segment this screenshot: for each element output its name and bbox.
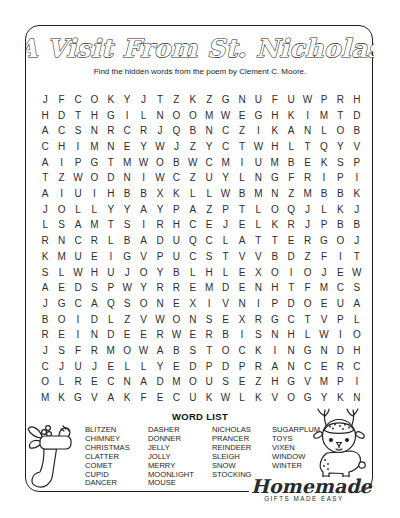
grid-cell-r15c14[interactable]: R: [250, 312, 266, 328]
grid-cell-r3c6[interactable]: C: [119, 123, 135, 139]
grid-cell-r8c9[interactable]: P: [168, 202, 184, 218]
grid-cell-r5c15[interactable]: M: [267, 155, 283, 171]
grid-cell-r16c3[interactable]: I: [70, 327, 86, 343]
grid-cell-r19c7[interactable]: A: [135, 375, 151, 391]
grid-cell-r13c17[interactable]: F: [299, 280, 315, 296]
grid-cell-r5c14[interactable]: U: [250, 155, 266, 171]
grid-cell-r4c14[interactable]: W: [250, 139, 266, 155]
grid-cell-r13c11[interactable]: M: [201, 280, 217, 296]
grid-cell-r6c19[interactable]: P: [332, 170, 348, 186]
grid-cell-r18c4[interactable]: J: [86, 359, 102, 375]
grid-cell-r12c2[interactable]: L: [53, 265, 69, 281]
grid-cell-r1c4[interactable]: O: [86, 92, 102, 108]
grid-cell-r20c18[interactable]: Y: [316, 390, 332, 406]
grid-cell-r4c13[interactable]: T: [234, 139, 250, 155]
grid-cell-r14c7[interactable]: O: [135, 296, 151, 312]
grid-cell-r17c15[interactable]: I: [267, 343, 283, 359]
grid-cell-r8c4[interactable]: L: [86, 202, 102, 218]
grid-cell-r19c6[interactable]: N: [119, 375, 135, 391]
grid-cell-r11c17[interactable]: Z: [299, 249, 315, 265]
grid-cell-r13c6[interactable]: W: [119, 280, 135, 296]
grid-cell-r2c5[interactable]: G: [103, 108, 119, 124]
grid-cell-r10c13[interactable]: A: [234, 233, 250, 249]
grid-cell-r12c10[interactable]: L: [185, 265, 201, 281]
grid-cell-r1c19[interactable]: R: [332, 92, 348, 108]
grid-cell-r5c1[interactable]: A: [37, 155, 53, 171]
grid-cell-r7c6[interactable]: B: [119, 186, 135, 202]
grid-cell-r5c19[interactable]: S: [332, 155, 348, 171]
grid-cell-r2c19[interactable]: T: [332, 108, 348, 124]
grid-cell-r4c7[interactable]: Y: [135, 139, 151, 155]
grid-cell-r6c4[interactable]: O: [86, 170, 102, 186]
grid-cell-r6c14[interactable]: N: [250, 170, 266, 186]
grid-cell-r7c11[interactable]: L: [201, 186, 217, 202]
grid-cell-r13c3[interactable]: D: [70, 280, 86, 296]
grid-cell-r7c13[interactable]: B: [234, 186, 250, 202]
grid-cell-r11c2[interactable]: M: [53, 249, 69, 265]
grid-cell-r9c6[interactable]: S: [119, 218, 135, 234]
grid-cell-r4c3[interactable]: I: [70, 139, 86, 155]
grid-cell-r19c19[interactable]: P: [332, 375, 348, 391]
grid-cell-r10c17[interactable]: R: [299, 233, 315, 249]
grid-cell-r6c10[interactable]: Z: [185, 170, 201, 186]
grid-cell-r20c20[interactable]: N: [349, 390, 365, 406]
grid-cell-r13c8[interactable]: R: [152, 280, 168, 296]
grid-cell-r14c6[interactable]: S: [119, 296, 135, 312]
grid-cell-r13c9[interactable]: R: [168, 280, 184, 296]
grid-cell-r13c4[interactable]: S: [86, 280, 102, 296]
grid-cell-r17c20[interactable]: H: [349, 343, 365, 359]
grid-cell-r5c2[interactable]: I: [53, 155, 69, 171]
grid-cell-r16c11[interactable]: R: [201, 327, 217, 343]
grid-cell-r13c15[interactable]: H: [267, 280, 283, 296]
grid-cell-r13c12[interactable]: D: [217, 280, 233, 296]
grid-cell-r17c1[interactable]: J: [37, 343, 53, 359]
grid-cell-r18c7[interactable]: L: [135, 359, 151, 375]
grid-cell-r1c9[interactable]: Z: [168, 92, 184, 108]
grid-cell-r3c10[interactable]: B: [185, 123, 201, 139]
grid-cell-r7c8[interactable]: X: [152, 186, 168, 202]
grid-cell-r2c10[interactable]: O: [185, 108, 201, 124]
grid-cell-r17c14[interactable]: K: [250, 343, 266, 359]
grid-cell-r18c19[interactable]: R: [332, 359, 348, 375]
grid-cell-r19c1[interactable]: O: [37, 375, 53, 391]
grid-cell-r4c18[interactable]: Q: [316, 139, 332, 155]
grid-cell-r14c5[interactable]: Q: [103, 296, 119, 312]
grid-cell-r10c2[interactable]: N: [53, 233, 69, 249]
grid-cell-r20c11[interactable]: K: [201, 390, 217, 406]
grid-cell-r18c6[interactable]: L: [119, 359, 135, 375]
grid-cell-r5c16[interactable]: B: [283, 155, 299, 171]
grid-cell-r8c15[interactable]: O: [267, 202, 283, 218]
grid-cell-r15c3[interactable]: I: [70, 312, 86, 328]
grid-cell-r4c6[interactable]: E: [119, 139, 135, 155]
grid-cell-r3c11[interactable]: N: [201, 123, 217, 139]
grid-cell-r6c17[interactable]: R: [299, 170, 315, 186]
grid-cell-r18c17[interactable]: C: [299, 359, 315, 375]
grid-cell-r4c8[interactable]: W: [152, 139, 168, 155]
grid-cell-r2c17[interactable]: I: [299, 108, 315, 124]
grid-cell-r10c7[interactable]: A: [135, 233, 151, 249]
grid-cell-r8c11[interactable]: Z: [201, 202, 217, 218]
grid-cell-r3c15[interactable]: K: [267, 123, 283, 139]
grid-cell-r15c12[interactable]: E: [217, 312, 233, 328]
grid-cell-r6c6[interactable]: N: [119, 170, 135, 186]
grid-cell-r12c15[interactable]: O: [267, 265, 283, 281]
grid-cell-r16c18[interactable]: W: [316, 327, 332, 343]
grid-cell-r14c15[interactable]: P: [267, 296, 283, 312]
grid-cell-r14c20[interactable]: A: [349, 296, 365, 312]
grid-cell-r7c10[interactable]: L: [185, 186, 201, 202]
grid-cell-r3c17[interactable]: N: [299, 123, 315, 139]
grid-cell-r8c5[interactable]: Y: [103, 202, 119, 218]
grid-cell-r9c2[interactable]: S: [53, 218, 69, 234]
grid-cell-r14c4[interactable]: A: [86, 296, 102, 312]
grid-cell-r2c13[interactable]: E: [234, 108, 250, 124]
grid-cell-r1c1[interactable]: J: [37, 92, 53, 108]
grid-cell-r14c1[interactable]: J: [37, 296, 53, 312]
grid-cell-r14c19[interactable]: U: [332, 296, 348, 312]
grid-cell-r17c7[interactable]: W: [135, 343, 151, 359]
grid-cell-r12c14[interactable]: X: [250, 265, 266, 281]
grid-cell-r19c15[interactable]: H: [267, 375, 283, 391]
grid-cell-r1c8[interactable]: T: [152, 92, 168, 108]
grid-cell-r14c10[interactable]: X: [185, 296, 201, 312]
grid-cell-r8c19[interactable]: K: [332, 202, 348, 218]
grid-cell-r10c6[interactable]: B: [119, 233, 135, 249]
grid-cell-r12c16[interactable]: I: [283, 265, 299, 281]
grid-cell-r9c9[interactable]: H: [168, 218, 184, 234]
grid-cell-r13c20[interactable]: S: [349, 280, 365, 296]
grid-cell-r4c1[interactable]: C: [37, 139, 53, 155]
grid-cell-r19c11[interactable]: U: [201, 375, 217, 391]
grid-cell-r9c19[interactable]: B: [332, 218, 348, 234]
grid-cell-r12c7[interactable]: O: [135, 265, 151, 281]
grid-cell-r19c4[interactable]: E: [86, 375, 102, 391]
grid-cell-r7c7[interactable]: B: [135, 186, 151, 202]
grid-cell-r17c11[interactable]: T: [201, 343, 217, 359]
grid-cell-r12c17[interactable]: O: [299, 265, 315, 281]
grid-cell-r14c12[interactable]: V: [217, 296, 233, 312]
grid-cell-r10c19[interactable]: O: [332, 233, 348, 249]
grid-cell-r8c17[interactable]: J: [299, 202, 315, 218]
grid-cell-r12c4[interactable]: H: [86, 265, 102, 281]
grid-cell-r6c5[interactable]: D: [103, 170, 119, 186]
grid-cell-r7c14[interactable]: M: [250, 186, 266, 202]
grid-cell-r6c13[interactable]: L: [234, 170, 250, 186]
grid-cell-r8c10[interactable]: A: [185, 202, 201, 218]
grid-cell-r15c8[interactable]: W: [152, 312, 168, 328]
grid-cell-r15c11[interactable]: S: [201, 312, 217, 328]
grid-cell-r6c8[interactable]: W: [152, 170, 168, 186]
grid-cell-r8c16[interactable]: Q: [283, 202, 299, 218]
grid-cell-r20c7[interactable]: F: [135, 390, 151, 406]
grid-cell-r20c12[interactable]: W: [217, 390, 233, 406]
grid-cell-r14c17[interactable]: O: [299, 296, 315, 312]
grid-cell-r12c20[interactable]: W: [349, 265, 365, 281]
grid-cell-r18c8[interactable]: Y: [152, 359, 168, 375]
grid-cell-r20c1[interactable]: M: [37, 390, 53, 406]
grid-cell-r17c3[interactable]: F: [70, 343, 86, 359]
grid-cell-r18c18[interactable]: E: [316, 359, 332, 375]
grid-cell-r2c3[interactable]: T: [70, 108, 86, 124]
grid-cell-r2c8[interactable]: N: [152, 108, 168, 124]
grid-cell-r2c20[interactable]: D: [349, 108, 365, 124]
grid-cell-r10c8[interactable]: D: [152, 233, 168, 249]
grid-cell-r16c20[interactable]: O: [349, 327, 365, 343]
grid-cell-r6c20[interactable]: I: [349, 170, 365, 186]
grid-cell-r10c16[interactable]: E: [283, 233, 299, 249]
grid-cell-r17c12[interactable]: O: [217, 343, 233, 359]
grid-cell-r4c19[interactable]: Y: [332, 139, 348, 155]
grid-cell-r14c14[interactable]: I: [250, 296, 266, 312]
grid-cell-r18c11[interactable]: P: [201, 359, 217, 375]
grid-cell-r3c20[interactable]: B: [349, 123, 365, 139]
grid-cell-r4c17[interactable]: T: [299, 139, 315, 155]
grid-cell-r17c19[interactable]: D: [332, 343, 348, 359]
grid-cell-r11c14[interactable]: V: [250, 249, 266, 265]
grid-cell-r10c14[interactable]: T: [250, 233, 266, 249]
grid-cell-r3c13[interactable]: Z: [234, 123, 250, 139]
grid-cell-r12c11[interactable]: H: [201, 265, 217, 281]
grid-cell-r8c13[interactable]: T: [234, 202, 250, 218]
grid-cell-r9c5[interactable]: T: [103, 218, 119, 234]
grid-cell-r10c3[interactable]: C: [70, 233, 86, 249]
grid-cell-r8c7[interactable]: A: [135, 202, 151, 218]
grid-cell-r1c14[interactable]: U: [250, 92, 266, 108]
grid-cell-r11c9[interactable]: U: [168, 249, 184, 265]
grid-cell-r8c12[interactable]: P: [217, 202, 233, 218]
grid-cell-r1c3[interactable]: C: [70, 92, 86, 108]
grid-cell-r2c9[interactable]: O: [168, 108, 184, 124]
grid-cell-r6c12[interactable]: Y: [217, 170, 233, 186]
grid-cell-r15c18[interactable]: V: [316, 312, 332, 328]
grid-cell-r18c16[interactable]: N: [283, 359, 299, 375]
grid-cell-r2c1[interactable]: H: [37, 108, 53, 124]
grid-cell-r16c10[interactable]: E: [185, 327, 201, 343]
grid-cell-r2c16[interactable]: K: [283, 108, 299, 124]
grid-cell-r4c15[interactable]: H: [267, 139, 283, 155]
grid-cell-r20c14[interactable]: K: [250, 390, 266, 406]
grid-cell-r11c11[interactable]: S: [201, 249, 217, 265]
grid-cell-r7c18[interactable]: B: [316, 186, 332, 202]
grid-cell-r1c13[interactable]: N: [234, 92, 250, 108]
grid-cell-r17c18[interactable]: N: [316, 343, 332, 359]
grid-cell-r15c15[interactable]: G: [267, 312, 283, 328]
grid-cell-r20c13[interactable]: L: [234, 390, 250, 406]
grid-cell-r8c18[interactable]: L: [316, 202, 332, 218]
grid-cell-r20c9[interactable]: C: [168, 390, 184, 406]
grid-cell-r10c5[interactable]: L: [103, 233, 119, 249]
grid-cell-r20c16[interactable]: O: [283, 390, 299, 406]
grid-cell-r2c4[interactable]: H: [86, 108, 102, 124]
grid-cell-r16c4[interactable]: N: [86, 327, 102, 343]
grid-cell-r11c15[interactable]: B: [267, 249, 283, 265]
grid-cell-r5c8[interactable]: O: [152, 155, 168, 171]
grid-cell-r9c4[interactable]: M: [86, 218, 102, 234]
grid-cell-r3c8[interactable]: J: [152, 123, 168, 139]
grid-cell-r6c18[interactable]: I: [316, 170, 332, 186]
grid-cell-r1c15[interactable]: F: [267, 92, 283, 108]
grid-cell-r15c16[interactable]: C: [283, 312, 299, 328]
grid-cell-r14c18[interactable]: E: [316, 296, 332, 312]
grid-cell-r18c12[interactable]: D: [217, 359, 233, 375]
grid-cell-r15c19[interactable]: P: [332, 312, 348, 328]
grid-cell-r2c12[interactable]: W: [217, 108, 233, 124]
grid-cell-r13c1[interactable]: A: [37, 280, 53, 296]
grid-cell-r3c1[interactable]: A: [37, 123, 53, 139]
grid-cell-r16c16[interactable]: H: [283, 327, 299, 343]
grid-cell-r16c8[interactable]: R: [152, 327, 168, 343]
grid-cell-r20c10[interactable]: U: [185, 390, 201, 406]
grid-cell-r8c6[interactable]: Y: [119, 202, 135, 218]
grid-cell-r11c19[interactable]: I: [332, 249, 348, 265]
grid-cell-r7c3[interactable]: U: [70, 186, 86, 202]
grid-cell-r12c6[interactable]: J: [119, 265, 135, 281]
grid-cell-r13c2[interactable]: E: [53, 280, 69, 296]
grid-cell-r17c9[interactable]: B: [168, 343, 184, 359]
grid-cell-r3c16[interactable]: A: [283, 123, 299, 139]
grid-cell-r15c1[interactable]: B: [37, 312, 53, 328]
grid-cell-r10c12[interactable]: L: [217, 233, 233, 249]
grid-cell-r2c7[interactable]: L: [135, 108, 151, 124]
grid-cell-r9c18[interactable]: P: [316, 218, 332, 234]
grid-cell-r3c4[interactable]: N: [86, 123, 102, 139]
grid-cell-r5c20[interactable]: P: [349, 155, 365, 171]
grid-cell-r6c11[interactable]: U: [201, 170, 217, 186]
grid-cell-r20c15[interactable]: V: [267, 390, 283, 406]
grid-cell-r16c9[interactable]: W: [168, 327, 184, 343]
grid-cell-r1c6[interactable]: Y: [119, 92, 135, 108]
grid-cell-r11c6[interactable]: G: [119, 249, 135, 265]
grid-cell-r7c17[interactable]: M: [299, 186, 315, 202]
grid-cell-r15c6[interactable]: Z: [119, 312, 135, 328]
grid-cell-r12c19[interactable]: E: [332, 265, 348, 281]
grid-cell-r6c16[interactable]: F: [283, 170, 299, 186]
grid-cell-r9c15[interactable]: K: [267, 218, 283, 234]
grid-cell-r8c2[interactable]: O: [53, 202, 69, 218]
grid-cell-r20c19[interactable]: K: [332, 390, 348, 406]
grid-cell-r10c11[interactable]: C: [201, 233, 217, 249]
grid-cell-r1c2[interactable]: F: [53, 92, 69, 108]
grid-cell-r11c10[interactable]: C: [185, 249, 201, 265]
grid-cell-r12c5[interactable]: U: [103, 265, 119, 281]
grid-cell-r15c5[interactable]: L: [103, 312, 119, 328]
grid-cell-r1c17[interactable]: W: [299, 92, 315, 108]
grid-cell-r9c12[interactable]: J: [217, 218, 233, 234]
grid-cell-r13c13[interactable]: E: [234, 280, 250, 296]
grid-cell-r4c12[interactable]: C: [217, 139, 233, 155]
grid-cell-r5c9[interactable]: B: [168, 155, 184, 171]
grid-cell-r10c9[interactable]: U: [168, 233, 184, 249]
grid-cell-r7c9[interactable]: K: [168, 186, 184, 202]
grid-cell-r15c2[interactable]: O: [53, 312, 69, 328]
grid-cell-r13c16[interactable]: T: [283, 280, 299, 296]
grid-cell-r18c14[interactable]: R: [250, 359, 266, 375]
grid-cell-r9c13[interactable]: E: [234, 218, 250, 234]
grid-cell-r16c1[interactable]: R: [37, 327, 53, 343]
grid-cell-r19c17[interactable]: V: [299, 375, 315, 391]
grid-cell-r6c1[interactable]: T: [37, 170, 53, 186]
grid-cell-r18c2[interactable]: J: [53, 359, 69, 375]
grid-cell-r11c20[interactable]: T: [349, 249, 365, 265]
grid-cell-r7c1[interactable]: A: [37, 186, 53, 202]
grid-cell-r19c16[interactable]: G: [283, 375, 299, 391]
grid-cell-r18c20[interactable]: C: [349, 359, 365, 375]
grid-cell-r8c20[interactable]: J: [349, 202, 365, 218]
grid-cell-r19c8[interactable]: D: [152, 375, 168, 391]
grid-cell-r5c13[interactable]: I: [234, 155, 250, 171]
grid-cell-r5c17[interactable]: E: [299, 155, 315, 171]
grid-cell-r16c7[interactable]: E: [135, 327, 151, 343]
grid-cell-r18c13[interactable]: P: [234, 359, 250, 375]
grid-cell-r1c5[interactable]: K: [103, 92, 119, 108]
grid-cell-r4c16[interactable]: L: [283, 139, 299, 155]
grid-cell-r16c12[interactable]: B: [217, 327, 233, 343]
grid-cell-r7c16[interactable]: Z: [283, 186, 299, 202]
grid-cell-r16c13[interactable]: I: [234, 327, 250, 343]
grid-cell-r8c3[interactable]: L: [70, 202, 86, 218]
grid-cell-r1c20[interactable]: H: [349, 92, 365, 108]
grid-cell-r18c9[interactable]: E: [168, 359, 184, 375]
grid-cell-r17c16[interactable]: N: [283, 343, 299, 359]
grid-cell-r1c11[interactable]: Z: [201, 92, 217, 108]
grid-cell-r3c18[interactable]: L: [316, 123, 332, 139]
grid-cell-r2c6[interactable]: I: [119, 108, 135, 124]
grid-cell-r11c5[interactable]: I: [103, 249, 119, 265]
grid-cell-r18c15[interactable]: A: [267, 359, 283, 375]
grid-cell-r9c10[interactable]: C: [185, 218, 201, 234]
grid-cell-r2c18[interactable]: M: [316, 108, 332, 124]
grid-cell-r19c12[interactable]: S: [217, 375, 233, 391]
grid-cell-r13c5[interactable]: P: [103, 280, 119, 296]
grid-cell-r12c12[interactable]: L: [217, 265, 233, 281]
grid-cell-r3c3[interactable]: S: [70, 123, 86, 139]
grid-cell-r11c3[interactable]: U: [70, 249, 86, 265]
grid-cell-r3c19[interactable]: O: [332, 123, 348, 139]
grid-cell-r15c4[interactable]: D: [86, 312, 102, 328]
grid-cell-r19c14[interactable]: Z: [250, 375, 266, 391]
grid-cell-r1c18[interactable]: P: [316, 92, 332, 108]
grid-cell-r15c17[interactable]: T: [299, 312, 315, 328]
grid-cell-r15c20[interactable]: L: [349, 312, 365, 328]
grid-cell-r3c12[interactable]: C: [217, 123, 233, 139]
grid-cell-r11c1[interactable]: K: [37, 249, 53, 265]
grid-cell-r8c1[interactable]: J: [37, 202, 53, 218]
grid-cell-r9c1[interactable]: L: [37, 218, 53, 234]
grid-cell-r17c8[interactable]: A: [152, 343, 168, 359]
grid-cell-r1c16[interactable]: U: [283, 92, 299, 108]
grid-cell-r15c10[interactable]: N: [185, 312, 201, 328]
grid-cell-r9c16[interactable]: R: [283, 218, 299, 234]
grid-cell-r3c7[interactable]: R: [135, 123, 151, 139]
grid-cell-r17c13[interactable]: C: [234, 343, 250, 359]
grid-cell-r9c7[interactable]: I: [135, 218, 151, 234]
grid-cell-r16c19[interactable]: I: [332, 327, 348, 343]
grid-cell-r15c13[interactable]: X: [234, 312, 250, 328]
grid-cell-r9c8[interactable]: R: [152, 218, 168, 234]
grid-cell-r5c6[interactable]: M: [119, 155, 135, 171]
grid-cell-r12c13[interactable]: E: [234, 265, 250, 281]
grid-cell-r19c13[interactable]: E: [234, 375, 250, 391]
grid-cell-r3c2[interactable]: C: [53, 123, 69, 139]
grid-cell-r14c16[interactable]: D: [283, 296, 299, 312]
grid-cell-r4c20[interactable]: V: [349, 139, 365, 155]
grid-cell-r14c8[interactable]: N: [152, 296, 168, 312]
grid-cell-r9c17[interactable]: J: [299, 218, 315, 234]
grid-cell-r7c2[interactable]: I: [53, 186, 69, 202]
grid-cell-r13c14[interactable]: N: [250, 280, 266, 296]
